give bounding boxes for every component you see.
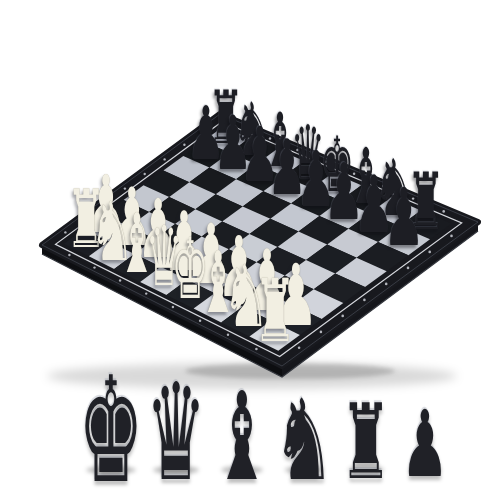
- piece-white-rook-h1: ♜: [253, 267, 296, 354]
- chess-set-product-photo: ♜♞♝♛♚♝♞♜♟♟♟♟♟♟♟♟♟♟♟♟♟♟♟♟♜♞♝♛♚♝♞♜♚♛♝♞♜♟: [0, 0, 500, 500]
- display-piece-king: ♚: [78, 357, 143, 500]
- magnet-dot: [363, 299, 366, 302]
- magnet-dot: [163, 158, 165, 160]
- magnet-dot: [385, 283, 388, 286]
- display-piece-rook: ♜: [340, 390, 391, 494]
- magnet-dot: [341, 315, 344, 318]
- magnet-dot: [407, 267, 410, 270]
- display-piece-knight: ♞: [273, 384, 335, 496]
- magnet-dot: [298, 347, 301, 350]
- display-piece-pawn: ♟: [401, 399, 449, 491]
- piece-black-pawn-h7: ♟: [383, 177, 425, 257]
- magnet-dot: [450, 235, 453, 238]
- magnet-dot: [183, 144, 185, 146]
- magnet-dot: [428, 251, 431, 254]
- magnet-dot: [320, 331, 323, 334]
- display-piece-queen: ♛: [146, 366, 206, 500]
- display-piece-bishop: ♝: [214, 376, 271, 498]
